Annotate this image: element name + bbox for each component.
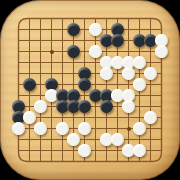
board-point-2-11[interactable] bbox=[35, 134, 46, 145]
board-point-10-13[interactable] bbox=[123, 156, 134, 167]
board-point-4-5[interactable] bbox=[57, 68, 68, 79]
board-point-1-1[interactable] bbox=[24, 24, 35, 35]
board-point-12-13[interactable] bbox=[145, 156, 156, 167]
board-point-8-8[interactable]: ● bbox=[101, 101, 112, 112]
board-point-10-8[interactable]: ● bbox=[123, 101, 134, 112]
board-point-1-13[interactable] bbox=[24, 156, 35, 167]
board-point-1-12[interactable] bbox=[24, 145, 35, 156]
board-point-6-0[interactable] bbox=[79, 13, 90, 24]
board-point-13-6[interactable] bbox=[156, 79, 167, 90]
board-point-13-0[interactable] bbox=[156, 13, 167, 24]
board-point-2-12[interactable] bbox=[35, 145, 46, 156]
board-point-1-0[interactable] bbox=[24, 13, 35, 24]
board-point-0-2[interactable] bbox=[13, 35, 24, 46]
board-point-13-5[interactable] bbox=[156, 68, 167, 79]
board-point-1-7[interactable] bbox=[24, 90, 35, 101]
board-point-12-5[interactable]: ● bbox=[145, 68, 156, 79]
board-point-0-10[interactable]: ● bbox=[13, 123, 24, 134]
board-point-3-12[interactable] bbox=[46, 145, 57, 156]
board-point-7-12[interactable] bbox=[90, 145, 101, 156]
board-point-10-1[interactable] bbox=[123, 24, 134, 35]
board-point-1-11[interactable] bbox=[24, 134, 35, 145]
board-point-1-2[interactable] bbox=[24, 35, 35, 46]
board-point-2-8[interactable]: ● bbox=[35, 101, 46, 112]
board-point-10-0[interactable] bbox=[123, 13, 134, 24]
board-point-1-3[interactable] bbox=[24, 46, 35, 57]
board-point-11-0[interactable] bbox=[134, 13, 145, 24]
board-point-0-1[interactable] bbox=[13, 24, 24, 35]
board-point-7-9[interactable] bbox=[90, 112, 101, 123]
board-point-4-10[interactable]: ● bbox=[57, 123, 68, 134]
board-point-2-4[interactable] bbox=[35, 57, 46, 68]
board-point-9-11[interactable]: ● bbox=[112, 134, 123, 145]
board-point-6-10[interactable]: ● bbox=[79, 123, 90, 134]
board-point-13-3[interactable]: ● bbox=[156, 46, 167, 57]
board-point-6-8[interactable]: ● bbox=[79, 101, 90, 112]
board-point-13-13[interactable] bbox=[156, 156, 167, 167]
board-point-3-3[interactable] bbox=[46, 46, 57, 57]
board-point-4-12[interactable] bbox=[57, 145, 68, 156]
board-point-5-9[interactable] bbox=[68, 112, 79, 123]
board-point-3-2[interactable] bbox=[46, 35, 57, 46]
board-point-12-7[interactable] bbox=[145, 90, 156, 101]
board-point-3-9[interactable] bbox=[46, 112, 57, 123]
board-point-5-4[interactable] bbox=[68, 57, 79, 68]
board-point-8-0[interactable] bbox=[101, 13, 112, 24]
board-point-2-1[interactable] bbox=[35, 24, 46, 35]
board-point-3-4[interactable] bbox=[46, 57, 57, 68]
board-point-4-0[interactable] bbox=[57, 13, 68, 24]
board-point-7-13[interactable] bbox=[90, 156, 101, 167]
board-point-5-13[interactable] bbox=[68, 156, 79, 167]
board-point-11-12[interactable]: ● bbox=[134, 145, 145, 156]
board-point-11-10[interactable]: ● bbox=[134, 123, 145, 134]
board-point-3-13[interactable] bbox=[46, 156, 57, 167]
board-point-0-5[interactable] bbox=[13, 68, 24, 79]
board-point-13-12[interactable] bbox=[156, 145, 167, 156]
board-point-4-13[interactable] bbox=[57, 156, 68, 167]
board-point-8-13[interactable] bbox=[101, 156, 112, 167]
board-point-2-0[interactable] bbox=[35, 13, 46, 24]
board-point-12-9[interactable]: ● bbox=[145, 112, 156, 123]
board-point-4-2[interactable] bbox=[57, 35, 68, 46]
board-point-12-0[interactable] bbox=[145, 13, 156, 24]
board-point-11-8[interactable] bbox=[134, 101, 145, 112]
board-point-6-12[interactable]: ● bbox=[79, 145, 90, 156]
board-point-2-2[interactable] bbox=[35, 35, 46, 46]
board-point-10-5[interactable]: ● bbox=[123, 68, 134, 79]
board-point-6-2[interactable] bbox=[79, 35, 90, 46]
board-point-5-11[interactable]: ● bbox=[68, 134, 79, 145]
board-point-3-11[interactable] bbox=[46, 134, 57, 145]
board-point-7-10[interactable] bbox=[90, 123, 101, 134]
board-point-7-1[interactable]: ● bbox=[90, 24, 101, 35]
board-point-13-7[interactable] bbox=[156, 90, 167, 101]
board-point-0-12[interactable] bbox=[13, 145, 24, 156]
board-point-5-3[interactable]: ● bbox=[68, 46, 79, 57]
board-point-11-13[interactable] bbox=[134, 156, 145, 167]
board-point-1-6[interactable]: ● bbox=[24, 79, 35, 90]
board-point-1-4[interactable] bbox=[24, 57, 35, 68]
wooden-board: ●●●●●●●●●●●●●●●●●●●●●●●●●●●●●●●●●●●●●●●●… bbox=[0, 0, 180, 180]
board-point-2-13[interactable] bbox=[35, 156, 46, 167]
board-point-2-10[interactable]: ● bbox=[35, 123, 46, 134]
board-point-11-4[interactable]: ● bbox=[134, 57, 145, 68]
board-point-10-9[interactable] bbox=[123, 112, 134, 123]
board-point-3-0[interactable] bbox=[46, 13, 57, 24]
board-point-8-12[interactable] bbox=[101, 145, 112, 156]
board-point-8-9[interactable] bbox=[101, 112, 112, 123]
board-point-0-11[interactable] bbox=[13, 134, 24, 145]
board-point-1-9[interactable]: ● bbox=[24, 112, 35, 123]
board-point-0-4[interactable] bbox=[13, 57, 24, 68]
board-point-12-12[interactable] bbox=[145, 145, 156, 156]
board-point-11-7[interactable] bbox=[134, 90, 145, 101]
board-point-8-5[interactable]: ● bbox=[101, 68, 112, 79]
board-point-0-3[interactable] bbox=[13, 46, 24, 57]
board-point-2-5[interactable] bbox=[35, 68, 46, 79]
board-point-0-0[interactable] bbox=[13, 13, 24, 24]
board-point-13-9[interactable] bbox=[156, 112, 167, 123]
board-point-9-2[interactable]: ● bbox=[112, 35, 123, 46]
board-point-13-8[interactable] bbox=[156, 101, 167, 112]
go-app-icon: ●●●●●●●●●●●●●●●●●●●●●●●●●●●●●●●●●●●●●●●●… bbox=[0, 0, 180, 180]
board-point-12-11[interactable] bbox=[145, 134, 156, 145]
board-point-12-6[interactable] bbox=[145, 79, 156, 90]
board-point-13-11[interactable] bbox=[156, 134, 167, 145]
board-point-9-13[interactable] bbox=[112, 156, 123, 167]
board-point-13-10[interactable] bbox=[156, 123, 167, 134]
board-point-7-3[interactable]: ● bbox=[90, 46, 101, 57]
board-point-13-4[interactable] bbox=[156, 57, 167, 68]
board-point-6-6[interactable]: ● bbox=[79, 79, 90, 90]
board-point-2-3[interactable] bbox=[35, 46, 46, 57]
board-point-6-13[interactable] bbox=[79, 156, 90, 167]
board-point-4-4[interactable] bbox=[57, 57, 68, 68]
board-point-9-9[interactable] bbox=[112, 112, 123, 123]
board-point-3-1[interactable] bbox=[46, 24, 57, 35]
board-point-11-6[interactable]: ● bbox=[134, 79, 145, 90]
board-point-0-13[interactable] bbox=[13, 156, 24, 167]
board-point-12-10[interactable] bbox=[145, 123, 156, 134]
go-board-grid[interactable]: ●●●●●●●●●●●●●●●●●●●●●●●●●●●●●●●●●●●●●●●●… bbox=[13, 13, 167, 167]
board-point-5-1[interactable]: ● bbox=[68, 24, 79, 35]
